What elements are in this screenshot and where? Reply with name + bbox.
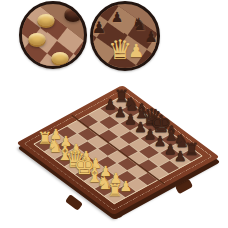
chess-board: ♜♞♝♛♚♝♞♜♟♟♟♟♟♟♟♟♟♟♟♟♟♟♟♟♜♞♝♛♚♝♞♜: [16, 85, 219, 215]
product-photo: ♜♞♝♛♚♝♞♜♟♟♟♟♟♟♟♟♟♟♟♟♟♟♟♟♜♞♝♛♚♝♞♜ ♟♟♞♟♛♟: [0, 0, 228, 228]
checker-disc-light: [29, 33, 46, 45]
inset-chess-pieces-detail: ♟♟♞♟♛♟: [90, 1, 160, 71]
inset-piece-dark-pawn: ♟: [111, 10, 124, 24]
square-h1: ♜: [105, 191, 125, 204]
inset-checkers-detail: [19, 1, 87, 69]
inset-piece-light-pawn: ♟: [128, 42, 144, 60]
piece-white-rook: ♜: [107, 182, 122, 199]
inset-piece-dark-pawn: ♟: [92, 20, 106, 36]
board-foot: [65, 194, 83, 211]
inset-piece-dark-pawn: ♟: [144, 30, 157, 45]
checker-disc-light: [52, 52, 69, 64]
checker-disc-light: [38, 14, 55, 26]
piece-black-pawn: ♟: [174, 149, 187, 163]
